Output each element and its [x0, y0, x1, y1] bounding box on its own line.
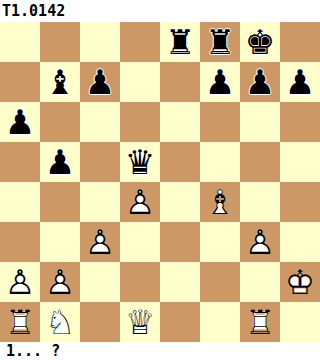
square-c2[interactable]: [80, 262, 120, 302]
white-pawn: ♙: [80, 222, 120, 262]
white-pawn: ♙: [40, 262, 80, 302]
square-a7[interactable]: [0, 62, 40, 102]
square-e5[interactable]: [160, 142, 200, 182]
square-h4[interactable]: [280, 182, 320, 222]
white-pawn-fill: ♟: [40, 262, 80, 302]
black-pawn: ♟: [0, 102, 40, 142]
square-a4[interactable]: [0, 182, 40, 222]
square-e8[interactable]: ♜: [160, 22, 200, 62]
square-b6[interactable]: [40, 102, 80, 142]
square-e4[interactable]: [160, 182, 200, 222]
square-f6[interactable]: [200, 102, 240, 142]
move-prompt: 1... ?: [0, 342, 320, 360]
square-d7[interactable]: [120, 62, 160, 102]
square-b2[interactable]: ♟♙: [40, 262, 80, 302]
white-king-fill: ♚: [280, 262, 320, 302]
square-b5[interactable]: ♟: [40, 142, 80, 182]
white-knight-fill: ♞: [40, 302, 80, 342]
square-h6[interactable]: [280, 102, 320, 142]
white-pawn: ♙: [0, 262, 40, 302]
square-f7[interactable]: ♟: [200, 62, 240, 102]
square-d4[interactable]: ♟♙: [120, 182, 160, 222]
square-c5[interactable]: [80, 142, 120, 182]
square-a8[interactable]: [0, 22, 40, 62]
square-b3[interactable]: [40, 222, 80, 262]
square-c7[interactable]: ♟: [80, 62, 120, 102]
white-pawn: ♙: [240, 222, 280, 262]
square-d3[interactable]: [120, 222, 160, 262]
black-bishop: ♝: [40, 62, 80, 102]
square-h5[interactable]: [280, 142, 320, 182]
black-pawn: ♟: [200, 62, 240, 102]
square-g2[interactable]: [240, 262, 280, 302]
square-a3[interactable]: [0, 222, 40, 262]
white-pawn-fill: ♟: [120, 182, 160, 222]
white-pawn-fill: ♟: [80, 222, 120, 262]
square-d2[interactable]: [120, 262, 160, 302]
white-queen-fill: ♛: [120, 302, 160, 342]
black-pawn: ♟: [280, 62, 320, 102]
square-f8[interactable]: ♜: [200, 22, 240, 62]
square-c6[interactable]: [80, 102, 120, 142]
square-f1[interactable]: [200, 302, 240, 342]
white-queen: ♕: [120, 302, 160, 342]
black-pawn: ♟: [240, 62, 280, 102]
square-e2[interactable]: [160, 262, 200, 302]
square-d8[interactable]: [120, 22, 160, 62]
square-h1[interactable]: [280, 302, 320, 342]
square-a6[interactable]: ♟: [0, 102, 40, 142]
white-bishop-fill: ♝: [200, 182, 240, 222]
square-a2[interactable]: ♟♙: [0, 262, 40, 302]
square-f4[interactable]: ♝♗: [200, 182, 240, 222]
black-king: ♚: [240, 22, 280, 62]
square-h7[interactable]: ♟: [280, 62, 320, 102]
white-rook: ♖: [240, 302, 280, 342]
square-e3[interactable]: [160, 222, 200, 262]
square-g5[interactable]: [240, 142, 280, 182]
white-knight: ♘: [40, 302, 80, 342]
square-h2[interactable]: ♚♔: [280, 262, 320, 302]
square-g1[interactable]: ♜♖: [240, 302, 280, 342]
square-b4[interactable]: [40, 182, 80, 222]
square-e1[interactable]: [160, 302, 200, 342]
white-rook-fill: ♜: [0, 302, 40, 342]
square-f5[interactable]: [200, 142, 240, 182]
square-b1[interactable]: ♞♘: [40, 302, 80, 342]
white-pawn-fill: ♟: [0, 262, 40, 302]
white-pawn: ♙: [120, 182, 160, 222]
square-g7[interactable]: ♟: [240, 62, 280, 102]
square-e6[interactable]: [160, 102, 200, 142]
square-c4[interactable]: [80, 182, 120, 222]
square-a1[interactable]: ♜♖: [0, 302, 40, 342]
chess-board: ♜♜♚♝♟♟♟♟♟♟♛♟♙♝♗♟♙♟♙♟♙♟♙♚♔♜♖♞♘♛♕♜♖: [0, 22, 320, 342]
black-pawn: ♟: [80, 62, 120, 102]
square-a5[interactable]: [0, 142, 40, 182]
square-d5[interactable]: ♛: [120, 142, 160, 182]
square-d6[interactable]: [120, 102, 160, 142]
white-pawn-fill: ♟: [240, 222, 280, 262]
black-pawn: ♟: [40, 142, 80, 182]
square-c1[interactable]: [80, 302, 120, 342]
square-g4[interactable]: [240, 182, 280, 222]
black-rook: ♜: [160, 22, 200, 62]
square-c8[interactable]: [80, 22, 120, 62]
square-g3[interactable]: ♟♙: [240, 222, 280, 262]
puzzle-id: T1.0142: [0, 0, 320, 22]
square-e7[interactable]: [160, 62, 200, 102]
white-rook-fill: ♜: [240, 302, 280, 342]
black-rook: ♜: [200, 22, 240, 62]
black-queen: ♛: [120, 142, 160, 182]
square-c3[interactable]: ♟♙: [80, 222, 120, 262]
white-king: ♔: [280, 262, 320, 302]
square-d1[interactable]: ♛♕: [120, 302, 160, 342]
square-h3[interactable]: [280, 222, 320, 262]
square-g6[interactable]: [240, 102, 280, 142]
square-f3[interactable]: [200, 222, 240, 262]
square-b7[interactable]: ♝: [40, 62, 80, 102]
square-f2[interactable]: [200, 262, 240, 302]
square-g8[interactable]: ♚: [240, 22, 280, 62]
square-b8[interactable]: [40, 22, 80, 62]
white-rook: ♖: [0, 302, 40, 342]
white-bishop: ♗: [200, 182, 240, 222]
square-h8[interactable]: [280, 22, 320, 62]
